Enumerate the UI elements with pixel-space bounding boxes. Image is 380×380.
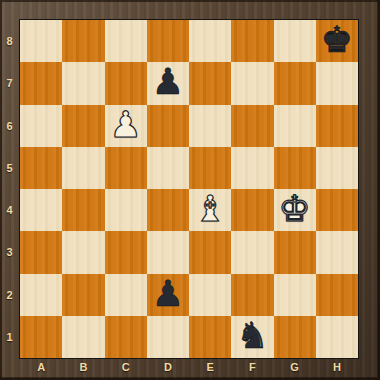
square-c1[interactable]	[105, 316, 147, 358]
square-f3[interactable]	[231, 231, 273, 273]
square-b1[interactable]	[62, 316, 104, 358]
square-g3[interactable]	[274, 231, 316, 273]
square-d6[interactable]	[147, 105, 189, 147]
chess-board: ♚♟♟♝♚♟♞	[19, 19, 359, 359]
square-a6[interactable]	[20, 105, 62, 147]
square-c6[interactable]: ♟	[105, 105, 147, 147]
square-e4[interactable]: ♝	[189, 189, 231, 231]
square-f5[interactable]	[231, 147, 273, 189]
square-e6[interactable]	[189, 105, 231, 147]
piece-white-bishop-e4[interactable]: ♝	[194, 191, 226, 227]
rank-label-2: 2	[0, 274, 19, 316]
piece-white-king-g4[interactable]: ♚	[278, 191, 310, 227]
square-h3[interactable]	[316, 231, 358, 273]
square-c5[interactable]	[105, 147, 147, 189]
square-g7[interactable]	[274, 62, 316, 104]
square-b8[interactable]	[62, 20, 104, 62]
square-h8[interactable]: ♚	[316, 20, 358, 62]
square-c3[interactable]	[105, 231, 147, 273]
square-c4[interactable]	[105, 189, 147, 231]
square-f8[interactable]	[231, 20, 273, 62]
square-d8[interactable]	[147, 20, 189, 62]
square-d4[interactable]	[147, 189, 189, 231]
square-b3[interactable]	[62, 231, 104, 273]
square-d1[interactable]	[147, 316, 189, 358]
square-d3[interactable]	[147, 231, 189, 273]
piece-black-pawn-d7[interactable]: ♟	[152, 64, 184, 100]
square-b6[interactable]	[62, 105, 104, 147]
square-c8[interactable]	[105, 20, 147, 62]
file-label-d: D	[147, 359, 189, 375]
square-h6[interactable]	[316, 105, 358, 147]
square-g2[interactable]	[274, 274, 316, 316]
rank-label-4: 4	[0, 189, 19, 231]
square-a5[interactable]	[20, 147, 62, 189]
square-f4[interactable]	[231, 189, 273, 231]
square-f2[interactable]	[231, 274, 273, 316]
piece-white-pawn-c6[interactable]: ♟	[109, 107, 141, 143]
square-f6[interactable]	[231, 105, 273, 147]
square-h2[interactable]	[316, 274, 358, 316]
square-d7[interactable]: ♟	[147, 62, 189, 104]
square-h5[interactable]	[316, 147, 358, 189]
rank-label-7: 7	[0, 62, 19, 104]
rank-label-1: 1	[0, 316, 19, 358]
square-c7[interactable]	[105, 62, 147, 104]
square-b4[interactable]	[62, 189, 104, 231]
rank-label-3: 3	[0, 231, 19, 273]
square-d2[interactable]: ♟	[147, 274, 189, 316]
square-a7[interactable]	[20, 62, 62, 104]
square-g5[interactable]	[274, 147, 316, 189]
file-label-g: G	[274, 359, 316, 375]
square-d5[interactable]	[147, 147, 189, 189]
file-label-e: E	[189, 359, 231, 375]
square-a1[interactable]	[20, 316, 62, 358]
square-f7[interactable]	[231, 62, 273, 104]
square-e1[interactable]	[189, 316, 231, 358]
square-g1[interactable]	[274, 316, 316, 358]
square-h4[interactable]	[316, 189, 358, 231]
square-g8[interactable]	[274, 20, 316, 62]
square-a2[interactable]	[20, 274, 62, 316]
square-e5[interactable]	[189, 147, 231, 189]
chess-app-window: ♚♟♟♝♚♟♞ 87654321 ABCDEFGH	[0, 0, 380, 380]
piece-black-king-h8[interactable]: ♚	[321, 22, 353, 58]
square-a8[interactable]	[20, 20, 62, 62]
square-a3[interactable]	[20, 231, 62, 273]
file-label-b: B	[62, 359, 104, 375]
piece-black-pawn-d2[interactable]: ♟	[152, 276, 184, 312]
square-h1[interactable]	[316, 316, 358, 358]
square-e7[interactable]	[189, 62, 231, 104]
file-label-f: F	[231, 359, 273, 375]
square-g6[interactable]	[274, 105, 316, 147]
square-e8[interactable]	[189, 20, 231, 62]
square-b7[interactable]	[62, 62, 104, 104]
file-label-a: A	[20, 359, 62, 375]
square-b2[interactable]	[62, 274, 104, 316]
rank-label-6: 6	[0, 105, 19, 147]
square-f1[interactable]: ♞	[231, 316, 273, 358]
square-a4[interactable]	[20, 189, 62, 231]
file-label-h: H	[316, 359, 358, 375]
square-b5[interactable]	[62, 147, 104, 189]
square-e2[interactable]	[189, 274, 231, 316]
square-e3[interactable]	[189, 231, 231, 273]
piece-black-knight-f1[interactable]: ♞	[236, 318, 268, 354]
square-c2[interactable]	[105, 274, 147, 316]
rank-label-5: 5	[0, 147, 19, 189]
file-label-c: C	[105, 359, 147, 375]
rank-label-8: 8	[0, 20, 19, 62]
square-g4[interactable]: ♚	[274, 189, 316, 231]
square-h7[interactable]	[316, 62, 358, 104]
